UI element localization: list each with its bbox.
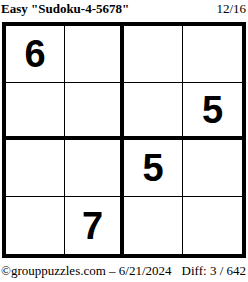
progress-counter: 12/16 — [216, 1, 246, 17]
cell-r2c4: 5 — [183, 83, 242, 140]
cell-r1c3[interactable] — [124, 26, 183, 83]
difficulty: Diff: 3 / 642 — [182, 263, 246, 279]
sudoku-page: Easy "Sudoku-4-5678" 12/16 6557 ©grouppu… — [0, 0, 248, 282]
sudoku-board: 6557 — [2, 22, 246, 258]
cell-r3c2[interactable] — [65, 140, 124, 197]
cell-r1c2[interactable] — [65, 26, 124, 83]
cell-r2c3[interactable] — [124, 83, 183, 140]
cell-r2c2[interactable] — [65, 83, 124, 140]
cell-r3c3: 5 — [124, 140, 183, 197]
cell-r3c4[interactable] — [183, 140, 242, 197]
cell-r4c2: 7 — [65, 197, 124, 254]
cell-r2c1[interactable] — [6, 83, 65, 140]
cell-r4c1[interactable] — [6, 197, 65, 254]
cell-r4c3[interactable] — [124, 197, 183, 254]
header: Easy "Sudoku-4-5678" 12/16 — [0, 0, 248, 20]
cell-r1c1: 6 — [6, 26, 65, 83]
cell-r4c4[interactable] — [183, 197, 242, 254]
copyright-date: ©grouppuzzles.com – 6/21/2024 — [1, 263, 172, 279]
footer: ©grouppuzzles.com – 6/21/2024 Diff: 3 / … — [0, 263, 248, 279]
cell-r1c4[interactable] — [183, 26, 242, 83]
puzzle-title: Easy "Sudoku-4-5678" — [1, 1, 129, 17]
cell-r3c1[interactable] — [6, 140, 65, 197]
